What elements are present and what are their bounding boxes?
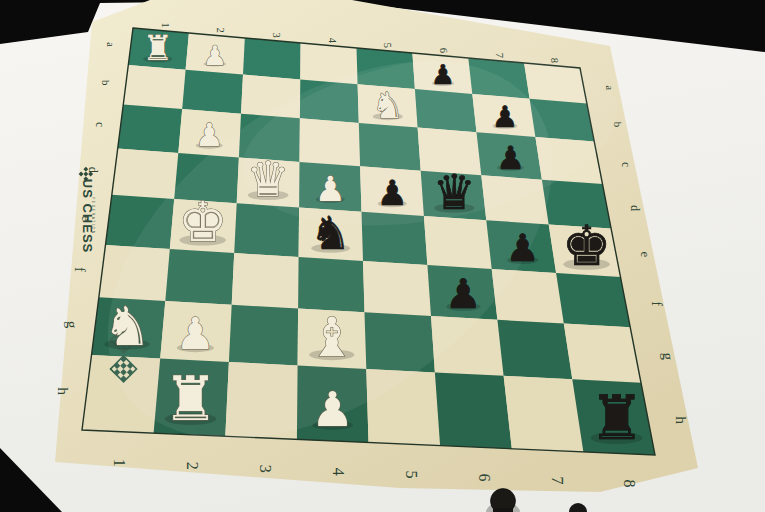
piece-black-queen-d6: ♛ [433, 164, 476, 220]
square-d1 [112, 149, 179, 200]
piece-black-pawn-d5: ♟ [377, 173, 408, 213]
coordinate-label-bottom-3: 3 [257, 465, 274, 473]
coordinate-label-left-f: f [72, 267, 87, 272]
piece-white-pawn-c2: ♟ [195, 116, 224, 154]
coordinate-label-bottom-8: 8 [621, 480, 638, 488]
coordinate-label-bottom-5: 5 [403, 471, 420, 479]
coordinate-label-bottom-7: 7 [549, 477, 566, 485]
coordinate-label-bottom-1: 1 [111, 459, 128, 467]
coordinate-label-bottom-2: 2 [184, 462, 201, 470]
piece-white-pawn-g2: ♟ [176, 308, 216, 359]
piece-white-rook-h2: ♜ [163, 363, 218, 434]
coordinate-label-top-3: 3 [271, 33, 282, 38]
coordinate-label-top-1: 1 [160, 23, 171, 28]
piece-black-knight-e4: ♞ [310, 206, 351, 260]
coordinate-label-left-d: d [86, 167, 100, 173]
piece-white-rook-a1: ♜ [142, 28, 173, 68]
piece-white-pawn-a2: ♟ [203, 40, 227, 71]
coordinate-label-left-g: g [64, 321, 80, 328]
piece-white-knight-b5: ♞ [372, 85, 404, 126]
square-c1 [118, 104, 183, 153]
coordinate-label-right-c: c [620, 162, 632, 167]
piece-black-pawn-a6: ♟ [431, 59, 455, 90]
piece-white-pawn-d4: ♟ [315, 169, 346, 209]
square-g7 [497, 320, 572, 380]
coordinate-label-left-h: h [55, 387, 72, 395]
piece-black-pawn-e7: ♟ [506, 226, 540, 270]
coordinate-label-top-5: 5 [382, 43, 393, 48]
coordinate-label-left-a: a [105, 42, 116, 47]
piece-black-rook-h8: ♜ [589, 382, 644, 453]
piece-white-bishop-g4: ♝ [308, 306, 356, 369]
coordinate-label-top-6: 6 [438, 48, 449, 53]
photo-frame: 1122334455667788aabbccddeeffgghhUS CHESS… [0, 0, 765, 512]
coordinate-label-bottom-4: 4 [330, 468, 347, 476]
coordinate-label-bottom-6: 6 [476, 474, 493, 482]
brand-subtext: FEDERATION [91, 197, 95, 235]
square-b2 [182, 70, 243, 114]
piece-black-pawn-c7: ♟ [496, 139, 525, 177]
coordinate-label-right-g: g [660, 353, 676, 360]
chessboard-photo: 1122334455667788aabbccddeeffgghhUS CHESS… [0, 0, 765, 512]
coordinate-label-right-f: f [649, 301, 664, 306]
square-g8 [564, 324, 641, 383]
coordinate-label-right-h: h [673, 416, 690, 424]
piece-black-king-e8: ♚ [562, 214, 612, 278]
square-h7 [504, 376, 584, 452]
us-chess-federation-brand: US CHESSFEDERATION [79, 167, 95, 253]
piece-white-king-e2: ♚ [178, 190, 228, 254]
piece-black-pawn-f6: ♟ [445, 270, 482, 318]
piece-white-queen-d3: ♛ [247, 151, 290, 207]
coordinate-label-right-e: e [638, 252, 652, 258]
piece-white-knight-g1: ♞ [103, 295, 151, 358]
coordinate-label-top-2: 2 [215, 28, 226, 33]
square-f8 [556, 273, 630, 327]
piece-white-pawn-h4: ♟ [311, 381, 354, 437]
coordinate-label-right-d: d [628, 205, 642, 211]
coordinate-label-left-b: b [100, 80, 112, 85]
coordinate-label-top-4: 4 [327, 38, 338, 44]
square-b1 [123, 65, 185, 109]
square-h6 [435, 372, 512, 448]
coordinate-label-left-c: c [94, 122, 106, 127]
square-a3 [243, 38, 301, 80]
piece-black-pawn-b7: ♟ [492, 100, 518, 134]
